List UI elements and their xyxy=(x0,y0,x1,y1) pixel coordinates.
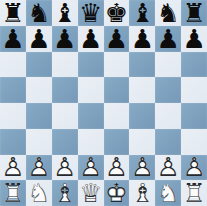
square-e4[interactable] xyxy=(104,103,130,129)
square-g7[interactable]: ♟ xyxy=(155,26,181,52)
white-knight-glyph-outline: ♘ xyxy=(155,180,181,206)
square-h5[interactable] xyxy=(181,77,207,103)
square-b2[interactable]: ♟♙ xyxy=(26,155,52,181)
square-e1[interactable]: ♚♔ xyxy=(104,180,130,206)
piece-black-bishop[interactable]: ♝ xyxy=(129,0,155,26)
square-c5[interactable] xyxy=(52,77,78,103)
piece-white-pawn[interactable]: ♟♙ xyxy=(78,155,104,181)
white-knight-glyph-outline: ♘ xyxy=(26,180,52,206)
piece-white-pawn[interactable]: ♟♙ xyxy=(181,155,207,181)
white-rook-glyph-outline: ♖ xyxy=(181,180,207,206)
square-d1[interactable]: ♛♕ xyxy=(78,180,104,206)
square-f1[interactable]: ♝♗ xyxy=(129,180,155,206)
square-d8[interactable]: ♛ xyxy=(78,0,104,26)
black-pawn-glyph-fill: ♟ xyxy=(0,26,26,52)
square-f2[interactable]: ♟♙ xyxy=(129,155,155,181)
square-b5[interactable] xyxy=(26,77,52,103)
square-g5[interactable] xyxy=(155,77,181,103)
white-pawn-glyph-outline: ♙ xyxy=(129,155,155,181)
square-e2[interactable]: ♟♙ xyxy=(104,155,130,181)
square-g1[interactable]: ♞♘ xyxy=(155,180,181,206)
piece-white-bishop[interactable]: ♝♗ xyxy=(129,180,155,206)
square-b3[interactable] xyxy=(26,129,52,155)
square-c1[interactable]: ♝♗ xyxy=(52,180,78,206)
white-pawn-glyph-outline: ♙ xyxy=(52,155,78,181)
piece-white-rook[interactable]: ♜♖ xyxy=(0,180,26,206)
square-e6[interactable] xyxy=(104,52,130,78)
square-b6[interactable] xyxy=(26,52,52,78)
piece-white-pawn[interactable]: ♟♙ xyxy=(155,155,181,181)
square-b1[interactable]: ♞♘ xyxy=(26,180,52,206)
square-a2[interactable]: ♟♙ xyxy=(0,155,26,181)
piece-white-bishop[interactable]: ♝♗ xyxy=(52,180,78,206)
square-h7[interactable]: ♟ xyxy=(181,26,207,52)
white-pawn-glyph-outline: ♙ xyxy=(155,155,181,181)
piece-black-pawn[interactable]: ♟ xyxy=(0,26,26,52)
white-bishop-glyph-outline: ♗ xyxy=(52,180,78,206)
square-g2[interactable]: ♟♙ xyxy=(155,155,181,181)
piece-black-knight[interactable]: ♞ xyxy=(155,0,181,26)
chess-board: ♜♞♝♛♚♝♞♜♟♟♟♟♟♟♟♟♟♙♟♙♟♙♟♙♟♙♟♙♟♙♟♙♜♖♞♘♝♗♛♕… xyxy=(0,0,207,206)
black-rook-glyph-fill: ♜ xyxy=(0,0,26,26)
piece-white-pawn[interactable]: ♟♙ xyxy=(52,155,78,181)
square-c4[interactable] xyxy=(52,103,78,129)
black-pawn-glyph-fill: ♟ xyxy=(26,26,52,52)
white-pawn-glyph-outline: ♙ xyxy=(0,155,26,181)
square-f7[interactable]: ♟ xyxy=(129,26,155,52)
square-d5[interactable] xyxy=(78,77,104,103)
square-b4[interactable] xyxy=(26,103,52,129)
square-a6[interactable] xyxy=(0,52,26,78)
square-d7[interactable]: ♟ xyxy=(78,26,104,52)
piece-white-knight[interactable]: ♞♘ xyxy=(155,180,181,206)
square-g3[interactable] xyxy=(155,129,181,155)
white-pawn-glyph-outline: ♙ xyxy=(78,155,104,181)
square-g6[interactable] xyxy=(155,52,181,78)
black-pawn-glyph-fill: ♟ xyxy=(129,26,155,52)
square-d2[interactable]: ♟♙ xyxy=(78,155,104,181)
black-pawn-glyph-fill: ♟ xyxy=(78,26,104,52)
white-king-glyph-outline: ♔ xyxy=(104,180,130,206)
piece-black-bishop[interactable]: ♝ xyxy=(52,0,78,26)
square-d6[interactable] xyxy=(78,52,104,78)
black-rook-glyph-fill: ♜ xyxy=(181,0,207,26)
piece-white-pawn[interactable]: ♟♙ xyxy=(26,155,52,181)
piece-black-queen[interactable]: ♛ xyxy=(78,0,104,26)
square-f8[interactable]: ♝ xyxy=(129,0,155,26)
square-a4[interactable] xyxy=(0,103,26,129)
piece-black-rook[interactable]: ♜ xyxy=(181,0,207,26)
square-f4[interactable] xyxy=(129,103,155,129)
piece-white-rook[interactable]: ♜♖ xyxy=(181,180,207,206)
white-rook-glyph-outline: ♖ xyxy=(0,180,26,206)
black-pawn-glyph-fill: ♟ xyxy=(52,26,78,52)
black-bishop-glyph-fill: ♝ xyxy=(129,0,155,26)
piece-white-knight[interactable]: ♞♘ xyxy=(26,180,52,206)
piece-black-rook[interactable]: ♜ xyxy=(0,0,26,26)
square-e7[interactable]: ♟ xyxy=(104,26,130,52)
white-pawn-glyph-outline: ♙ xyxy=(181,155,207,181)
piece-white-king[interactable]: ♚♔ xyxy=(104,180,130,206)
white-pawn-glyph-outline: ♙ xyxy=(104,155,130,181)
piece-black-king[interactable]: ♚ xyxy=(104,0,130,26)
square-e8[interactable]: ♚ xyxy=(104,0,130,26)
square-g4[interactable] xyxy=(155,103,181,129)
piece-white-queen[interactable]: ♛♕ xyxy=(78,180,104,206)
chess-board-container: ♜♞♝♛♚♝♞♜♟♟♟♟♟♟♟♟♟♙♟♙♟♙♟♙♟♙♟♙♟♙♟♙♜♖♞♘♝♗♛♕… xyxy=(0,0,207,206)
square-c3[interactable] xyxy=(52,129,78,155)
square-a8[interactable]: ♜ xyxy=(0,0,26,26)
black-bishop-glyph-fill: ♝ xyxy=(52,0,78,26)
square-b8[interactable]: ♞ xyxy=(26,0,52,26)
square-c7[interactable]: ♟ xyxy=(52,26,78,52)
square-f6[interactable] xyxy=(129,52,155,78)
piece-black-pawn[interactable]: ♟ xyxy=(155,26,181,52)
white-pawn-glyph-outline: ♙ xyxy=(26,155,52,181)
black-queen-glyph-fill: ♛ xyxy=(78,0,104,26)
square-a1[interactable]: ♜♖ xyxy=(0,180,26,206)
square-h3[interactable] xyxy=(181,129,207,155)
piece-white-pawn[interactable]: ♟♙ xyxy=(129,155,155,181)
square-e5[interactable] xyxy=(104,77,130,103)
square-e3[interactable] xyxy=(104,129,130,155)
square-h1[interactable]: ♜♖ xyxy=(181,180,207,206)
square-d4[interactable] xyxy=(78,103,104,129)
square-g8[interactable]: ♞ xyxy=(155,0,181,26)
square-b7[interactable]: ♟ xyxy=(26,26,52,52)
piece-white-pawn[interactable]: ♟♙ xyxy=(0,155,26,181)
piece-black-pawn[interactable]: ♟ xyxy=(26,26,52,52)
black-pawn-glyph-fill: ♟ xyxy=(181,26,207,52)
black-pawn-glyph-fill: ♟ xyxy=(155,26,181,52)
black-king-glyph-fill: ♚ xyxy=(104,0,130,26)
square-c2[interactable]: ♟♙ xyxy=(52,155,78,181)
piece-black-pawn[interactable]: ♟ xyxy=(129,26,155,52)
square-a5[interactable] xyxy=(0,77,26,103)
square-h8[interactable]: ♜ xyxy=(181,0,207,26)
black-knight-glyph-fill: ♞ xyxy=(26,0,52,26)
square-h2[interactable]: ♟♙ xyxy=(181,155,207,181)
white-queen-glyph-outline: ♕ xyxy=(78,180,104,206)
piece-black-pawn[interactable]: ♟ xyxy=(181,26,207,52)
square-h6[interactable] xyxy=(181,52,207,78)
piece-black-knight[interactable]: ♞ xyxy=(26,0,52,26)
square-c8[interactable]: ♝ xyxy=(52,0,78,26)
black-pawn-glyph-fill: ♟ xyxy=(104,26,130,52)
square-f5[interactable] xyxy=(129,77,155,103)
piece-black-pawn[interactable]: ♟ xyxy=(78,26,104,52)
square-a7[interactable]: ♟ xyxy=(0,26,26,52)
square-d3[interactable] xyxy=(78,129,104,155)
piece-white-pawn[interactable]: ♟♙ xyxy=(104,155,130,181)
square-a3[interactable] xyxy=(0,129,26,155)
square-c6[interactable] xyxy=(52,52,78,78)
piece-black-pawn[interactable]: ♟ xyxy=(104,26,130,52)
black-knight-glyph-fill: ♞ xyxy=(155,0,181,26)
piece-black-pawn[interactable]: ♟ xyxy=(52,26,78,52)
square-h4[interactable] xyxy=(181,103,207,129)
white-bishop-glyph-outline: ♗ xyxy=(129,180,155,206)
square-f3[interactable] xyxy=(129,129,155,155)
